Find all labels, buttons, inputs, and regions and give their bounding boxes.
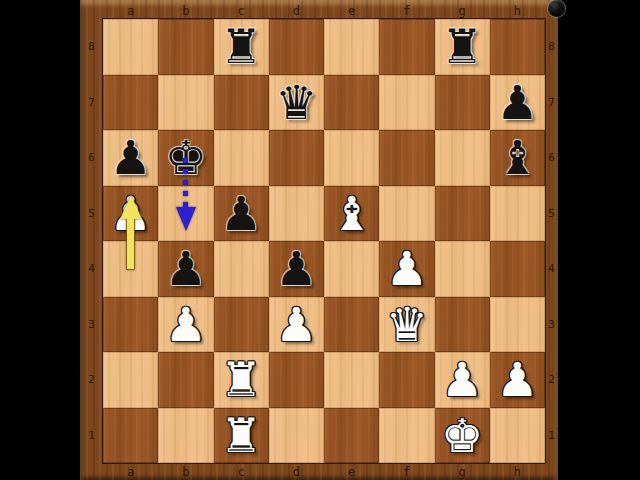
page-background: abcdefgh abcdefgh 87654321 87654321 ♜♜♛♟… (0, 0, 640, 480)
square-c8[interactable]: ♜ (214, 19, 269, 75)
coordinate-label: a (103, 0, 158, 19)
square-a5[interactable]: ♟ (103, 186, 158, 242)
square-e7[interactable] (324, 75, 379, 131)
coordinate-label: f (379, 0, 434, 19)
square-g2[interactable]: ♟ (435, 352, 490, 408)
coordinate-label: 3 (545, 297, 558, 353)
square-d4[interactable]: ♟ (269, 241, 324, 297)
black-pawn[interactable]: ♟ (103, 130, 158, 186)
square-a2[interactable] (103, 352, 158, 408)
coordinate-label: f (379, 463, 434, 480)
square-d7[interactable]: ♛ (269, 75, 324, 131)
coordinate-label: 4 (545, 241, 558, 297)
side-to-move-indicator (548, 0, 565, 17)
coordinate-label: e (324, 463, 379, 480)
square-b8[interactable] (158, 19, 213, 75)
coordinate-label: h (490, 463, 545, 480)
square-c4[interactable] (214, 241, 269, 297)
square-h8[interactable] (490, 19, 545, 75)
square-c2[interactable]: ♜ (214, 352, 269, 408)
square-h3[interactable] (490, 297, 545, 353)
square-g1[interactable]: ♚ (435, 408, 490, 464)
square-d5[interactable] (269, 186, 324, 242)
square-a6[interactable]: ♟ (103, 130, 158, 186)
coordinate-label: 2 (545, 352, 558, 408)
coordinate-label: 7 (80, 75, 103, 131)
square-f1[interactable] (379, 408, 434, 464)
coordinate-label: 3 (80, 297, 103, 353)
coordinate-label: c (214, 463, 269, 480)
black-pawn[interactable]: ♟ (269, 241, 324, 297)
coordinate-label: 8 (80, 19, 103, 75)
square-g4[interactable] (435, 241, 490, 297)
square-e8[interactable] (324, 19, 379, 75)
square-b5[interactable] (158, 186, 213, 242)
square-g8[interactable]: ♜ (435, 19, 490, 75)
square-c1[interactable]: ♜ (214, 408, 269, 464)
coordinate-label: 5 (80, 186, 103, 242)
black-pawn[interactable]: ♟ (490, 75, 545, 131)
square-d8[interactable] (269, 19, 324, 75)
black-rook[interactable]: ♜ (214, 19, 269, 75)
black-pawn[interactable]: ♟ (214, 186, 269, 242)
square-d2[interactable] (269, 352, 324, 408)
coordinate-label: 6 (545, 130, 558, 186)
square-h1[interactable] (490, 408, 545, 464)
white-rook[interactable]: ♜ (214, 352, 269, 408)
square-d1[interactable] (269, 408, 324, 464)
square-a1[interactable] (103, 408, 158, 464)
black-rook[interactable]: ♜ (435, 19, 490, 75)
black-king[interactable]: ♚ (158, 130, 213, 186)
square-f3[interactable]: ♛ (379, 297, 434, 353)
square-b3[interactable]: ♟ (158, 297, 213, 353)
coordinate-label: 4 (80, 241, 103, 297)
square-f7[interactable] (379, 75, 434, 131)
coordinate-label: a (103, 463, 158, 480)
coordinate-label: e (324, 0, 379, 19)
square-e2[interactable] (324, 352, 379, 408)
coordinate-label: 8 (545, 19, 558, 75)
square-g6[interactable] (435, 130, 490, 186)
white-pawn[interactable]: ♟ (490, 352, 545, 408)
square-e1[interactable] (324, 408, 379, 464)
black-queen[interactable]: ♛ (269, 75, 324, 131)
square-a3[interactable] (103, 297, 158, 353)
coordinate-label: 2 (80, 352, 103, 408)
square-g3[interactable] (435, 297, 490, 353)
white-pawn[interactable]: ♟ (103, 186, 158, 242)
square-c6[interactable] (214, 130, 269, 186)
chess-board: ♜♜♛♟♟♚♝♟♟♝♟♟♟♟♟♛♜♟♟♜♚ (103, 19, 545, 463)
square-d3[interactable]: ♟ (269, 297, 324, 353)
square-h2[interactable]: ♟ (490, 352, 545, 408)
white-pawn[interactable]: ♟ (158, 297, 213, 353)
square-b2[interactable] (158, 352, 213, 408)
white-queen[interactable]: ♛ (379, 297, 434, 353)
board-frame: abcdefgh abcdefgh 87654321 87654321 ♜♜♛♟… (80, 0, 558, 480)
coordinate-label: 1 (80, 408, 103, 464)
square-b1[interactable] (158, 408, 213, 464)
square-e6[interactable] (324, 130, 379, 186)
square-h4[interactable] (490, 241, 545, 297)
white-pawn[interactable]: ♟ (379, 241, 434, 297)
coordinate-label: h (490, 0, 545, 19)
square-c3[interactable] (214, 297, 269, 353)
square-b7[interactable] (158, 75, 213, 131)
square-a8[interactable] (103, 19, 158, 75)
coordinate-label: g (435, 463, 490, 480)
square-e5[interactable]: ♝ (324, 186, 379, 242)
square-a4[interactable] (103, 241, 158, 297)
coordinate-label: c (214, 0, 269, 19)
square-f5[interactable] (379, 186, 434, 242)
coordinate-label: d (269, 0, 324, 19)
coordinate-label: b (158, 0, 213, 19)
coordinate-label: g (435, 0, 490, 19)
square-e4[interactable] (324, 241, 379, 297)
square-c7[interactable] (214, 75, 269, 131)
white-rook[interactable]: ♜ (214, 408, 269, 464)
black-pawn[interactable]: ♟ (158, 241, 213, 297)
square-d6[interactable] (269, 130, 324, 186)
coordinate-label: 6 (80, 130, 103, 186)
coordinate-label: d (269, 463, 324, 480)
square-g5[interactable] (435, 186, 490, 242)
white-pawn[interactable]: ♟ (435, 352, 490, 408)
square-b4[interactable]: ♟ (158, 241, 213, 297)
square-h7[interactable]: ♟ (490, 75, 545, 131)
square-a7[interactable] (103, 75, 158, 131)
black-bishop[interactable]: ♝ (490, 130, 545, 186)
white-pawn[interactable]: ♟ (269, 297, 324, 353)
square-f2[interactable] (379, 352, 434, 408)
file-labels-bottom: abcdefgh (103, 463, 545, 480)
square-f6[interactable] (379, 130, 434, 186)
white-bishop[interactable]: ♝ (324, 186, 379, 242)
rank-labels-right: 87654321 (545, 19, 558, 463)
square-h5[interactable] (490, 186, 545, 242)
square-g7[interactable] (435, 75, 490, 131)
square-c5[interactable]: ♟ (214, 186, 269, 242)
coordinate-label: b (158, 463, 213, 480)
file-labels-top: abcdefgh (103, 0, 545, 19)
white-king[interactable]: ♚ (435, 408, 490, 464)
square-e3[interactable] (324, 297, 379, 353)
coordinate-label: 5 (545, 186, 558, 242)
coordinate-label: 1 (545, 408, 558, 464)
square-f4[interactable]: ♟ (379, 241, 434, 297)
square-b6[interactable]: ♚ (158, 130, 213, 186)
square-h6[interactable]: ♝ (490, 130, 545, 186)
rank-labels-left: 87654321 (80, 19, 103, 463)
coordinate-label: 7 (545, 75, 558, 131)
square-f8[interactable] (379, 19, 434, 75)
